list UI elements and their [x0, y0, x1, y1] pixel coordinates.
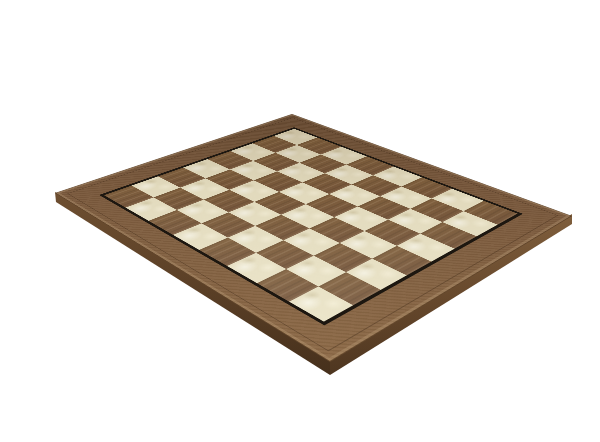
product-photo [0, 0, 600, 442]
board-inlay-line [99, 127, 523, 325]
board-frame [55, 114, 572, 362]
chess-board [55, 114, 572, 362]
